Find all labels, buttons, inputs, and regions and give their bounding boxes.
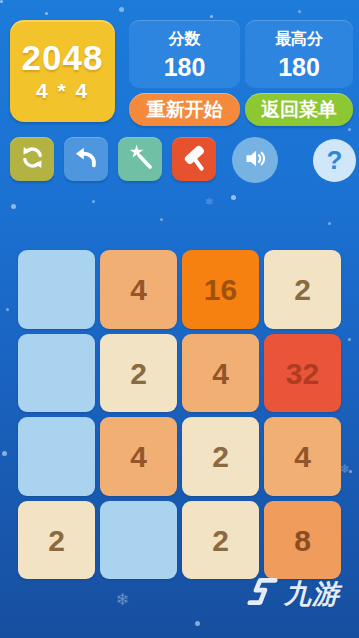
- jiuyou-logo-icon: [246, 576, 278, 612]
- hammer-button[interactable]: [172, 137, 216, 181]
- tile-2: 2: [182, 501, 259, 580]
- tile-2: 2: [100, 334, 177, 413]
- magic-wand-button[interactable]: [118, 137, 162, 181]
- empty-cell: [18, 334, 95, 413]
- tile-2: 2: [264, 250, 341, 329]
- help-button[interactable]: ?: [313, 139, 356, 182]
- score-label: 分数: [169, 29, 201, 50]
- refresh-icon: [19, 144, 46, 174]
- best-score-panel: 最高分 180: [245, 20, 353, 88]
- logo-grid-size: 4 * 4: [36, 79, 89, 103]
- undo-button[interactable]: [64, 137, 108, 181]
- snowflake-icon: ❄: [205, 196, 213, 207]
- tile-4: 4: [100, 417, 177, 496]
- snowflake-icon: ❄: [340, 462, 350, 476]
- empty-cell: [18, 417, 95, 496]
- tile-2: 2: [18, 501, 95, 580]
- back-to-menu-button[interactable]: 返回菜单: [245, 93, 353, 126]
- watermark-text: 九游: [284, 576, 340, 612]
- magic-wand-icon: [127, 144, 154, 174]
- empty-cell: [100, 501, 177, 580]
- undo-icon: [73, 144, 100, 174]
- tile-4: 4: [264, 417, 341, 496]
- logo-title: 2048: [22, 40, 104, 76]
- score-panel: 分数 180: [129, 20, 240, 88]
- empty-cell: [18, 250, 95, 329]
- refresh-button[interactable]: [10, 137, 54, 181]
- jiuyou-watermark: 九游: [246, 576, 340, 612]
- board[interactable]: 41622432424228: [18, 250, 341, 579]
- game-screen: ❄ ❄ ❄ 2048 4 * 4 分数 180 最高分 180 重新开始 返回菜…: [0, 0, 359, 638]
- best-score-label: 最高分: [275, 29, 323, 50]
- restart-button[interactable]: 重新开始: [129, 93, 240, 126]
- hammer-icon: [180, 144, 208, 175]
- tile-4: 4: [100, 250, 177, 329]
- game-logo: 2048 4 * 4: [10, 20, 115, 122]
- tile-16: 16: [182, 250, 259, 329]
- tile-2: 2: [182, 417, 259, 496]
- sound-icon: [242, 145, 269, 175]
- sound-button[interactable]: [232, 137, 278, 183]
- score-value: 180: [164, 53, 206, 82]
- snowflake-icon: ❄: [116, 590, 129, 609]
- best-score-value: 180: [278, 53, 320, 82]
- tile-32: 32: [264, 334, 341, 413]
- snow-particles: [0, 0, 3, 3]
- tile-8: 8: [264, 501, 341, 580]
- tile-4: 4: [182, 334, 259, 413]
- question-mark-icon: ?: [327, 145, 343, 176]
